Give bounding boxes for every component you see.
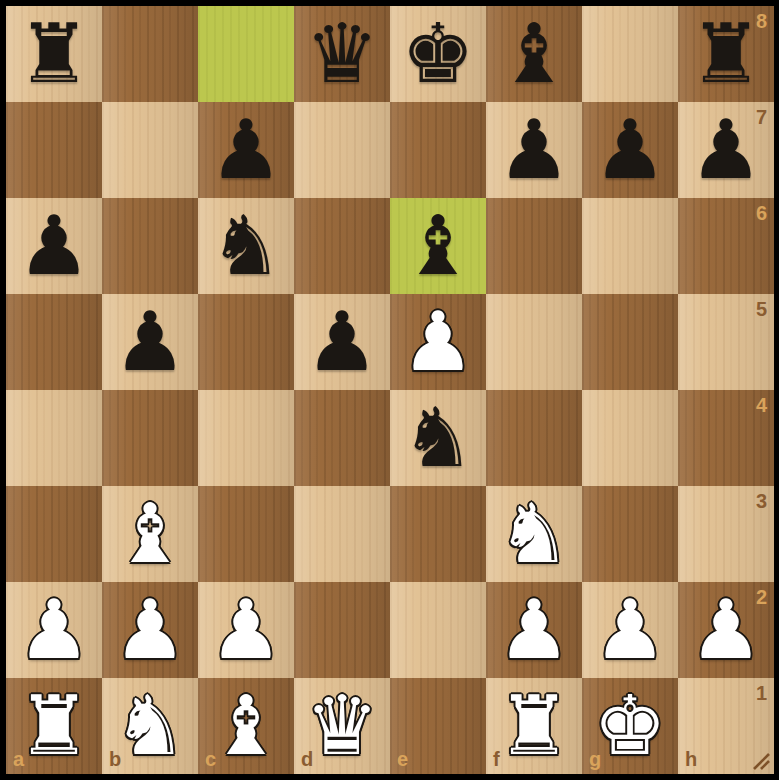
square-d1[interactable]: ♛d	[294, 678, 390, 774]
square-c1[interactable]: ♝c	[198, 678, 294, 774]
square-d6[interactable]	[294, 198, 390, 294]
black-queen[interactable]: ♛	[294, 6, 390, 102]
square-h7[interactable]: ♟7	[678, 102, 774, 198]
black-pawn[interactable]: ♟	[582, 102, 678, 198]
rank-label-7: 7	[756, 106, 767, 129]
file-label-b: b	[109, 748, 121, 771]
white-pawn[interactable]: ♟	[390, 294, 486, 390]
white-rook[interactable]: ♜	[486, 678, 582, 774]
square-e3[interactable]	[390, 486, 486, 582]
file-label-g: g	[589, 748, 601, 771]
square-g7[interactable]: ♟	[582, 102, 678, 198]
square-d4[interactable]	[294, 390, 390, 486]
white-knight[interactable]: ♞	[486, 486, 582, 582]
rank-label-4: 4	[756, 394, 767, 417]
black-knight[interactable]: ♞	[198, 198, 294, 294]
square-a5[interactable]	[6, 294, 102, 390]
square-e7[interactable]	[390, 102, 486, 198]
square-h6[interactable]: 6	[678, 198, 774, 294]
square-e4[interactable]: ♞	[390, 390, 486, 486]
square-h4[interactable]: 4	[678, 390, 774, 486]
square-c3[interactable]	[198, 486, 294, 582]
square-a8[interactable]: ♜	[6, 6, 102, 102]
square-a4[interactable]	[6, 390, 102, 486]
square-a7[interactable]	[6, 102, 102, 198]
white-pawn[interactable]: ♟	[486, 582, 582, 678]
square-d7[interactable]	[294, 102, 390, 198]
chess-board: ♜♛♚♝♜8♟♟♟♟7♟♞♝6♟♟♟5♞4♝♞3♟♟♟♟♟♟2♜a♞b♝c♛de…	[6, 6, 774, 774]
square-g1[interactable]: ♚g	[582, 678, 678, 774]
square-f2[interactable]: ♟	[486, 582, 582, 678]
black-pawn[interactable]: ♟	[102, 294, 198, 390]
square-f8[interactable]: ♝	[486, 6, 582, 102]
square-h8[interactable]: ♜8	[678, 6, 774, 102]
square-f3[interactable]: ♞	[486, 486, 582, 582]
white-pawn[interactable]: ♟	[6, 582, 102, 678]
white-pawn[interactable]: ♟	[102, 582, 198, 678]
rank-label-8: 8	[756, 10, 767, 33]
square-a2[interactable]: ♟	[6, 582, 102, 678]
square-h1[interactable]: 1h	[678, 678, 774, 774]
black-bishop[interactable]: ♝	[486, 6, 582, 102]
square-h3[interactable]: 3	[678, 486, 774, 582]
square-g8[interactable]	[582, 6, 678, 102]
square-c8[interactable]	[198, 6, 294, 102]
square-b2[interactable]: ♟	[102, 582, 198, 678]
black-pawn[interactable]: ♟	[294, 294, 390, 390]
square-a3[interactable]	[6, 486, 102, 582]
square-g3[interactable]	[582, 486, 678, 582]
white-pawn[interactable]: ♟	[198, 582, 294, 678]
rank-label-1: 1	[756, 682, 767, 705]
rank-label-6: 6	[756, 202, 767, 225]
black-knight[interactable]: ♞	[390, 390, 486, 486]
square-e5[interactable]: ♟	[390, 294, 486, 390]
square-d8[interactable]: ♛	[294, 6, 390, 102]
square-e2[interactable]	[390, 582, 486, 678]
square-b1[interactable]: ♞b	[102, 678, 198, 774]
file-label-e: e	[397, 748, 408, 771]
square-b5[interactable]: ♟	[102, 294, 198, 390]
rank-label-3: 3	[756, 490, 767, 513]
chess-board-frame: ♜♛♚♝♜8♟♟♟♟7♟♞♝6♟♟♟5♞4♝♞3♟♟♟♟♟♟2♜a♞b♝c♛de…	[0, 0, 779, 780]
square-f6[interactable]	[486, 198, 582, 294]
square-f4[interactable]	[486, 390, 582, 486]
square-a1[interactable]: ♜a	[6, 678, 102, 774]
square-b4[interactable]	[102, 390, 198, 486]
square-e6[interactable]: ♝	[390, 198, 486, 294]
black-pawn[interactable]: ♟	[198, 102, 294, 198]
square-c2[interactable]: ♟	[198, 582, 294, 678]
square-b6[interactable]	[102, 198, 198, 294]
square-d5[interactable]: ♟	[294, 294, 390, 390]
square-e8[interactable]: ♚	[390, 6, 486, 102]
rank-label-2: 2	[756, 586, 767, 609]
square-c5[interactable]	[198, 294, 294, 390]
square-g5[interactable]	[582, 294, 678, 390]
square-h2[interactable]: ♟2	[678, 582, 774, 678]
resize-handle-icon[interactable]	[749, 749, 771, 771]
black-rook[interactable]: ♜	[6, 6, 102, 102]
white-pawn[interactable]: ♟	[582, 582, 678, 678]
black-king[interactable]: ♚	[390, 6, 486, 102]
square-f7[interactable]: ♟	[486, 102, 582, 198]
white-bishop[interactable]: ♝	[102, 486, 198, 582]
file-label-c: c	[205, 748, 216, 771]
square-b7[interactable]	[102, 102, 198, 198]
square-g4[interactable]	[582, 390, 678, 486]
square-d2[interactable]	[294, 582, 390, 678]
square-d3[interactable]	[294, 486, 390, 582]
rank-label-5: 5	[756, 298, 767, 321]
square-f1[interactable]: ♜f	[486, 678, 582, 774]
file-label-a: a	[13, 748, 24, 771]
black-bishop[interactable]: ♝	[390, 198, 486, 294]
square-h5[interactable]: 5	[678, 294, 774, 390]
square-g6[interactable]	[582, 198, 678, 294]
square-e1[interactable]: e	[390, 678, 486, 774]
file-label-f: f	[493, 748, 500, 771]
black-pawn[interactable]: ♟	[6, 198, 102, 294]
square-c6[interactable]: ♞	[198, 198, 294, 294]
square-b3[interactable]: ♝	[102, 486, 198, 582]
square-a6[interactable]: ♟	[6, 198, 102, 294]
square-b8[interactable]	[102, 6, 198, 102]
file-label-d: d	[301, 748, 313, 771]
square-g2[interactable]: ♟	[582, 582, 678, 678]
black-pawn[interactable]: ♟	[486, 102, 582, 198]
file-label-h: h	[685, 748, 697, 771]
square-c4[interactable]	[198, 390, 294, 486]
square-c7[interactable]: ♟	[198, 102, 294, 198]
square-f5[interactable]	[486, 294, 582, 390]
